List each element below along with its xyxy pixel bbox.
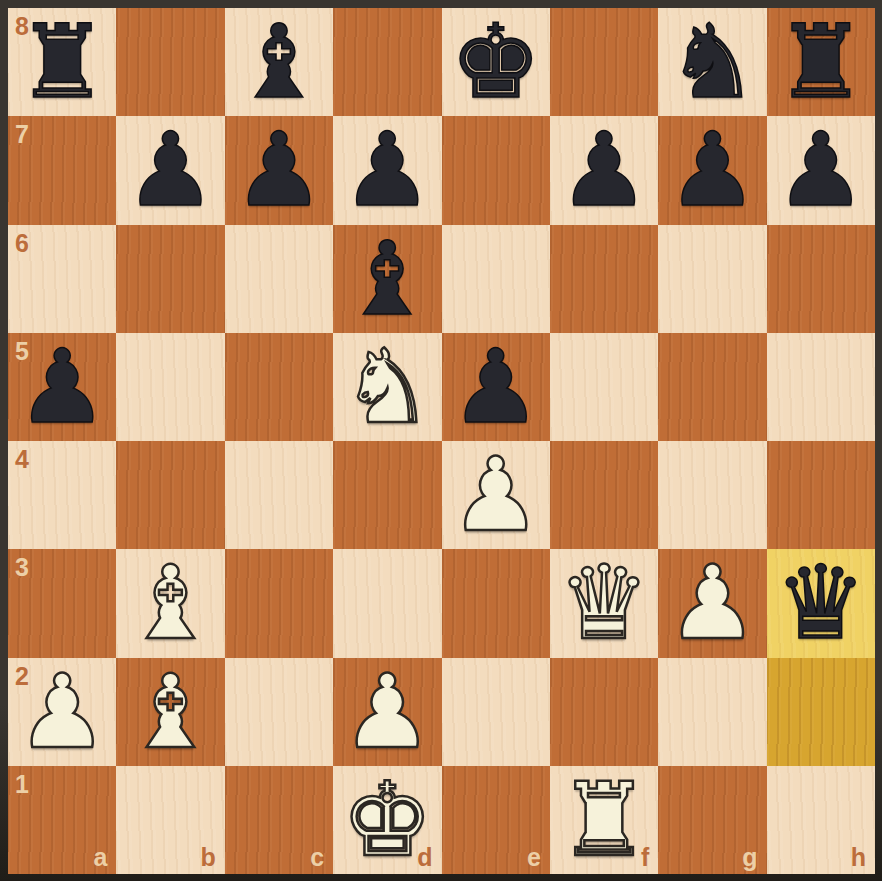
square-d2[interactable]: ♟ bbox=[333, 658, 441, 766]
square-g3[interactable]: ♟ bbox=[658, 549, 766, 657]
black-knight[interactable]: ♞ bbox=[658, 8, 766, 116]
square-h4[interactable] bbox=[767, 441, 875, 549]
rank-label-1: 1 bbox=[15, 770, 29, 799]
square-d1[interactable]: ♚d bbox=[333, 766, 441, 874]
square-h1[interactable]: h bbox=[767, 766, 875, 874]
square-g6[interactable] bbox=[658, 225, 766, 333]
black-pawn[interactable]: ♟ bbox=[550, 116, 658, 224]
square-g4[interactable] bbox=[658, 441, 766, 549]
square-g7[interactable]: ♟ bbox=[658, 116, 766, 224]
square-c2[interactable] bbox=[225, 658, 333, 766]
square-f5[interactable] bbox=[550, 333, 658, 441]
square-h5[interactable] bbox=[767, 333, 875, 441]
square-d8[interactable] bbox=[333, 8, 441, 116]
square-e4[interactable]: ♟ bbox=[442, 441, 550, 549]
square-h6[interactable] bbox=[767, 225, 875, 333]
black-pawn[interactable]: ♟ bbox=[333, 116, 441, 224]
rank-label-3: 3 bbox=[15, 553, 29, 582]
square-c8[interactable]: ♝ bbox=[225, 8, 333, 116]
square-e7[interactable] bbox=[442, 116, 550, 224]
square-e3[interactable] bbox=[442, 549, 550, 657]
square-d7[interactable]: ♟ bbox=[333, 116, 441, 224]
rank-label-4: 4 bbox=[15, 445, 29, 474]
white-bishop[interactable]: ♝ bbox=[116, 549, 224, 657]
square-a2[interactable]: ♟2 bbox=[8, 658, 116, 766]
white-queen[interactable]: ♛ bbox=[550, 549, 658, 657]
square-a3[interactable]: 3 bbox=[8, 549, 116, 657]
black-pawn[interactable]: ♟ bbox=[116, 116, 224, 224]
white-bishop[interactable]: ♝ bbox=[116, 658, 224, 766]
square-f7[interactable]: ♟ bbox=[550, 116, 658, 224]
square-c1[interactable]: c bbox=[225, 766, 333, 874]
square-b1[interactable]: b bbox=[116, 766, 224, 874]
square-f4[interactable] bbox=[550, 441, 658, 549]
square-b6[interactable] bbox=[116, 225, 224, 333]
square-c7[interactable]: ♟ bbox=[225, 116, 333, 224]
file-label-g: g bbox=[742, 843, 757, 872]
square-h8[interactable]: ♜ bbox=[767, 8, 875, 116]
square-g1[interactable]: g bbox=[658, 766, 766, 874]
black-queen[interactable]: ♛ bbox=[767, 549, 875, 657]
square-c4[interactable] bbox=[225, 441, 333, 549]
square-c5[interactable] bbox=[225, 333, 333, 441]
black-pawn[interactable]: ♟ bbox=[442, 333, 550, 441]
white-pawn[interactable]: ♟ bbox=[442, 441, 550, 549]
square-b3[interactable]: ♝ bbox=[116, 549, 224, 657]
chess-board-frame: ♜8♝♚♞♜7♟♟♟♟♟♟6♝♟5♞♟4♟3♝♛♟♛♟2♝♟1abc♚de♜fg… bbox=[0, 0, 882, 881]
file-label-a: a bbox=[93, 843, 107, 872]
square-b4[interactable] bbox=[116, 441, 224, 549]
square-f2[interactable] bbox=[550, 658, 658, 766]
square-g8[interactable]: ♞ bbox=[658, 8, 766, 116]
square-b5[interactable] bbox=[116, 333, 224, 441]
black-bishop[interactable]: ♝ bbox=[333, 225, 441, 333]
square-a8[interactable]: ♜8 bbox=[8, 8, 116, 116]
rank-label-6: 6 bbox=[15, 229, 29, 258]
square-f3[interactable]: ♛ bbox=[550, 549, 658, 657]
file-label-b: b bbox=[200, 843, 215, 872]
square-a7[interactable]: 7 bbox=[8, 116, 116, 224]
chess-board: ♜8♝♚♞♜7♟♟♟♟♟♟6♝♟5♞♟4♟3♝♛♟♛♟2♝♟1abc♚de♜fg… bbox=[8, 8, 875, 874]
square-b7[interactable]: ♟ bbox=[116, 116, 224, 224]
square-g2[interactable] bbox=[658, 658, 766, 766]
black-pawn[interactable]: ♟ bbox=[8, 333, 116, 441]
square-a6[interactable]: 6 bbox=[8, 225, 116, 333]
square-b8[interactable] bbox=[116, 8, 224, 116]
square-f1[interactable]: ♜f bbox=[550, 766, 658, 874]
square-d3[interactable] bbox=[333, 549, 441, 657]
square-e1[interactable]: e bbox=[442, 766, 550, 874]
square-a1[interactable]: 1a bbox=[8, 766, 116, 874]
square-a5[interactable]: ♟5 bbox=[8, 333, 116, 441]
black-king[interactable]: ♚ bbox=[442, 8, 550, 116]
square-h3[interactable]: ♛ bbox=[767, 549, 875, 657]
file-label-h: h bbox=[851, 843, 866, 872]
square-b2[interactable]: ♝ bbox=[116, 658, 224, 766]
square-d5[interactable]: ♞ bbox=[333, 333, 441, 441]
square-c6[interactable] bbox=[225, 225, 333, 333]
rank-label-7: 7 bbox=[15, 120, 29, 149]
square-h2[interactable] bbox=[767, 658, 875, 766]
file-label-e: e bbox=[527, 843, 541, 872]
square-d4[interactable] bbox=[333, 441, 441, 549]
square-e2[interactable] bbox=[442, 658, 550, 766]
square-g5[interactable] bbox=[658, 333, 766, 441]
square-e5[interactable]: ♟ bbox=[442, 333, 550, 441]
square-h7[interactable]: ♟ bbox=[767, 116, 875, 224]
white-rook[interactable]: ♜ bbox=[550, 766, 658, 874]
square-e8[interactable]: ♚ bbox=[442, 8, 550, 116]
square-e6[interactable] bbox=[442, 225, 550, 333]
white-pawn[interactable]: ♟ bbox=[333, 658, 441, 766]
square-a4[interactable]: 4 bbox=[8, 441, 116, 549]
square-f8[interactable] bbox=[550, 8, 658, 116]
black-pawn[interactable]: ♟ bbox=[767, 116, 875, 224]
file-label-c: c bbox=[310, 843, 324, 872]
black-rook[interactable]: ♜ bbox=[767, 8, 875, 116]
white-king[interactable]: ♚ bbox=[333, 766, 441, 874]
black-pawn[interactable]: ♟ bbox=[225, 116, 333, 224]
square-d6[interactable]: ♝ bbox=[333, 225, 441, 333]
white-pawn[interactable]: ♟ bbox=[658, 549, 766, 657]
square-c3[interactable] bbox=[225, 549, 333, 657]
white-pawn[interactable]: ♟ bbox=[8, 658, 116, 766]
black-bishop[interactable]: ♝ bbox=[225, 8, 333, 116]
black-rook[interactable]: ♜ bbox=[8, 8, 116, 116]
white-knight[interactable]: ♞ bbox=[333, 333, 441, 441]
black-pawn[interactable]: ♟ bbox=[658, 116, 766, 224]
square-f6[interactable] bbox=[550, 225, 658, 333]
